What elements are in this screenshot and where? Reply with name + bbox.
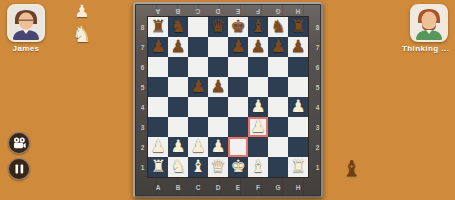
coord-label: D — [208, 6, 228, 17]
coord-label: 1 — [312, 157, 323, 177]
rank-labels-left: 87654321 — [137, 17, 148, 177]
square-b4[interactable] — [168, 97, 188, 117]
square-e7[interactable]: ♟ — [228, 37, 248, 57]
piece-bp-e7[interactable]: ♟ — [230, 37, 245, 57]
player-status-right: Thinking ... — [396, 44, 455, 53]
square-a6[interactable] — [148, 57, 168, 77]
square-c1[interactable]: ♝ — [188, 157, 208, 177]
board-squares: ♜♞♛♚♝♞♜♟♟♟♟♟♟♟♟♟♟♟♟♟♟♟♜♞♝♛♚♝♜ — [148, 17, 308, 177]
avatar — [7, 4, 45, 42]
piece-bb-f8[interactable]: ♝ — [250, 17, 265, 37]
piece-wp-h4[interactable]: ♟ — [290, 97, 305, 117]
coord-label: G — [268, 178, 288, 196]
pause-icon — [15, 164, 24, 174]
square-b6[interactable] — [168, 57, 188, 77]
coord-label: 7 — [312, 37, 323, 57]
square-a2[interactable]: ♟ — [148, 137, 168, 157]
coord-label: 5 — [137, 77, 148, 97]
square-h2[interactable] — [288, 137, 308, 157]
coord-label: H — [288, 6, 308, 17]
square-e8[interactable]: ♚ — [228, 17, 248, 37]
piece-bp-d5[interactable]: ♟ — [210, 77, 225, 97]
piece-wn-b1[interactable]: ♞ — [170, 157, 185, 177]
square-g2[interactable] — [268, 137, 288, 157]
square-b8[interactable]: ♞ — [168, 17, 188, 37]
square-h8[interactable]: ♜ — [288, 17, 308, 37]
square-a5[interactable] — [148, 77, 168, 97]
piece-wb-c1[interactable]: ♝ — [190, 157, 205, 177]
square-c8[interactable] — [188, 17, 208, 37]
movie-camera-icon — [13, 137, 26, 149]
square-a3[interactable] — [148, 117, 168, 137]
square-b7[interactable]: ♟ — [168, 37, 188, 57]
coord-label: A — [148, 6, 168, 17]
coord-label: E — [228, 6, 248, 17]
piece-wr-a1[interactable]: ♜ — [150, 157, 165, 177]
square-f7[interactable]: ♟ — [248, 37, 268, 57]
captured-tray-right: ♝ — [342, 156, 362, 182]
square-b3[interactable] — [168, 117, 188, 137]
file-labels-bottom: ABCDEFGH — [148, 178, 308, 196]
piece-br-a8[interactable]: ♜ — [150, 17, 165, 37]
piece-wq-d1[interactable]: ♛ — [210, 157, 225, 177]
piece-bn-g8[interactable]: ♞ — [270, 17, 285, 37]
square-e2[interactable] — [228, 137, 248, 157]
square-g5[interactable] — [268, 77, 288, 97]
square-b2[interactable]: ♟ — [168, 137, 188, 157]
square-f1[interactable]: ♝ — [248, 157, 268, 177]
file-labels-top: ABCDEFGH — [148, 6, 308, 17]
piece-bk-e8[interactable]: ♚ — [230, 17, 245, 37]
square-c6[interactable] — [188, 57, 208, 77]
square-e3[interactable] — [228, 117, 248, 137]
piece-wr-h1[interactable]: ♜ — [290, 157, 305, 177]
square-e4[interactable] — [228, 97, 248, 117]
coord-label: 4 — [312, 97, 323, 117]
piece-br-h8[interactable]: ♜ — [290, 17, 305, 37]
square-d1[interactable]: ♛ — [208, 157, 228, 177]
square-h6[interactable] — [288, 57, 308, 77]
square-f4[interactable]: ♟ — [248, 97, 268, 117]
coord-label: 3 — [312, 117, 323, 137]
piece-bp-b7[interactable]: ♟ — [170, 37, 185, 57]
coord-label: 2 — [137, 137, 148, 157]
square-g3[interactable] — [268, 117, 288, 137]
coord-label: 2 — [312, 137, 323, 157]
square-h3[interactable] — [288, 117, 308, 137]
white-pawn-icon: ♟ — [74, 1, 89, 23]
square-d2[interactable]: ♟ — [208, 137, 228, 157]
piece-bp-c5[interactable]: ♟ — [190, 77, 205, 97]
coord-label: 7 — [137, 37, 148, 57]
square-f5[interactable] — [248, 77, 268, 97]
square-c3[interactable] — [188, 117, 208, 137]
square-a8[interactable]: ♜ — [148, 17, 168, 37]
game-screen: James ♟♞ Thinking ... ♝ ABCDEFGH ABCDEFG… — [0, 0, 455, 200]
coord-label: 8 — [312, 17, 323, 37]
coord-label: 6 — [312, 57, 323, 77]
square-g1[interactable] — [268, 157, 288, 177]
square-e1[interactable]: ♚ — [228, 157, 248, 177]
square-c7[interactable] — [188, 37, 208, 57]
square-d7[interactable] — [208, 37, 228, 57]
coord-label: C — [188, 6, 208, 17]
square-h5[interactable] — [288, 77, 308, 97]
coord-label: E — [228, 178, 248, 196]
piece-wp-c2[interactable]: ♟ — [190, 137, 205, 157]
piece-wp-f3[interactable]: ♟ — [250, 117, 265, 137]
chess-board: ABCDEFGH ABCDEFGH 87654321 87654321 ♜♞♛♚… — [133, 2, 323, 198]
square-h7[interactable]: ♟ — [288, 37, 308, 57]
square-d3[interactable] — [208, 117, 228, 137]
piece-wp-f4[interactable]: ♟ — [250, 97, 265, 117]
piece-bp-f7[interactable]: ♟ — [250, 37, 265, 57]
record-button[interactable] — [8, 132, 30, 154]
square-g4[interactable] — [268, 97, 288, 117]
piece-wb-f1[interactable]: ♝ — [250, 157, 265, 177]
black-bishop-icon: ♝ — [342, 156, 362, 181]
square-b1[interactable]: ♞ — [168, 157, 188, 177]
coord-label: D — [208, 178, 228, 196]
square-c4[interactable] — [188, 97, 208, 117]
coord-label: 4 — [137, 97, 148, 117]
pause-button[interactable] — [8, 158, 30, 180]
coord-label: B — [168, 6, 188, 17]
square-a4[interactable] — [148, 97, 168, 117]
coord-label: G — [268, 6, 288, 17]
piece-bp-h7[interactable]: ♟ — [290, 37, 305, 57]
square-b5[interactable] — [168, 77, 188, 97]
piece-bp-a7[interactable]: ♟ — [150, 37, 165, 57]
rank-labels-right: 87654321 — [312, 17, 323, 177]
piece-wp-d2[interactable]: ♟ — [210, 137, 225, 157]
piece-wp-b2[interactable]: ♟ — [170, 137, 185, 157]
square-d8[interactable]: ♛ — [208, 17, 228, 37]
square-c5[interactable]: ♟ — [188, 77, 208, 97]
square-a1[interactable]: ♜ — [148, 157, 168, 177]
square-g7[interactable]: ♟ — [268, 37, 288, 57]
coord-label: 1 — [137, 157, 148, 177]
square-a7[interactable]: ♟ — [148, 37, 168, 57]
square-f2[interactable] — [248, 137, 268, 157]
coord-label: 8 — [137, 17, 148, 37]
player-name-left: James — [2, 44, 50, 53]
piece-bn-b8[interactable]: ♞ — [170, 17, 185, 37]
coord-label: F — [248, 178, 268, 196]
square-f3[interactable]: ♟ — [248, 117, 268, 137]
coord-label: C — [188, 178, 208, 196]
square-d6[interactable] — [208, 57, 228, 77]
square-g6[interactable] — [268, 57, 288, 77]
square-e5[interactable] — [228, 77, 248, 97]
square-d5[interactable]: ♟ — [208, 77, 228, 97]
coord-label: 5 — [312, 77, 323, 97]
coord-label: H — [288, 178, 308, 196]
square-e6[interactable] — [228, 57, 248, 77]
square-h1[interactable]: ♜ — [288, 157, 308, 177]
captured-tray-left: ♟♞ — [72, 1, 92, 47]
piece-bp-g7[interactable]: ♟ — [270, 37, 285, 57]
square-d4[interactable] — [208, 97, 228, 117]
piece-wp-a2[interactable]: ♟ — [150, 137, 165, 157]
piece-bq-d8[interactable]: ♛ — [210, 17, 225, 37]
coord-label: 6 — [137, 57, 148, 77]
coord-label: B — [168, 178, 188, 196]
coord-label: 3 — [137, 117, 148, 137]
square-f6[interactable] — [248, 57, 268, 77]
square-f8[interactable]: ♝ — [248, 17, 268, 37]
coord-label: F — [248, 6, 268, 17]
square-g8[interactable]: ♞ — [268, 17, 288, 37]
piece-wk-e1[interactable]: ♚ — [230, 157, 245, 177]
avatar — [410, 4, 448, 42]
square-h4[interactable]: ♟ — [288, 97, 308, 117]
square-c2[interactable]: ♟ — [188, 137, 208, 157]
white-knight-icon: ♞ — [72, 23, 92, 47]
coord-label: A — [148, 178, 168, 196]
